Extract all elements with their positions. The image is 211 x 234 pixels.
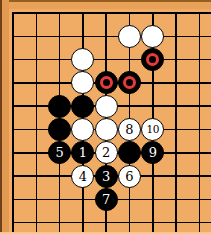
white-stone[interactable] — [71, 71, 94, 94]
black-stone-move-9[interactable]: 9 — [141, 141, 164, 164]
go-board: 81051294367 — [0, 0, 211, 234]
white-stone[interactable] — [95, 95, 118, 118]
move-number-label: 5 — [55, 146, 63, 159]
black-stone-move-3[interactable]: 3 — [95, 165, 118, 188]
circle-marker-icon — [100, 76, 113, 89]
move-number-label: 7 — [102, 193, 110, 206]
white-stone-move-10[interactable]: 10 — [141, 118, 164, 141]
white-stone-move-2[interactable]: 2 — [95, 141, 118, 164]
board-frame-left-edge — [0, 0, 9, 234]
move-number-label: 2 — [102, 146, 110, 159]
black-stone[interactable] — [141, 48, 164, 71]
grid-hline — [12, 222, 211, 224]
grid-hline — [12, 36, 211, 38]
white-stone-move-8[interactable]: 8 — [118, 118, 141, 141]
white-stone[interactable] — [71, 118, 94, 141]
grid-hline — [12, 59, 211, 61]
move-number-label: 10 — [147, 124, 159, 135]
white-stone-move-6[interactable]: 6 — [118, 165, 141, 188]
black-stone-move-7[interactable]: 7 — [95, 188, 118, 211]
grid-vline — [12, 12, 14, 234]
move-number-label: 3 — [102, 170, 110, 183]
black-stone-move-5[interactable]: 5 — [48, 141, 71, 164]
move-number-label: 6 — [125, 170, 133, 183]
grid-vline — [175, 12, 177, 234]
black-stone[interactable] — [48, 118, 71, 141]
white-stone[interactable] — [141, 25, 164, 48]
black-stone[interactable] — [71, 95, 94, 118]
black-stone-move-1[interactable]: 1 — [71, 141, 94, 164]
black-stone[interactable] — [95, 71, 118, 94]
board-bottom-cut-highlight — [0, 232, 211, 234]
white-stone[interactable] — [95, 118, 118, 141]
grid-vline — [36, 12, 38, 234]
black-stone[interactable] — [48, 95, 71, 118]
white-stone-move-4[interactable]: 4 — [71, 165, 94, 188]
move-number-label: 8 — [125, 123, 133, 136]
move-number-label: 1 — [79, 146, 87, 159]
board-frame-top-edge — [0, 0, 211, 9]
grid-hline — [12, 12, 211, 14]
move-number-label: 9 — [149, 146, 157, 159]
black-stone[interactable] — [118, 141, 141, 164]
white-stone[interactable] — [71, 48, 94, 71]
white-stone[interactable] — [118, 25, 141, 48]
grid-vline — [199, 12, 201, 234]
circle-marker-icon — [146, 53, 159, 66]
move-number-label: 4 — [79, 170, 87, 183]
circle-marker-icon — [123, 76, 136, 89]
black-stone[interactable] — [118, 71, 141, 94]
